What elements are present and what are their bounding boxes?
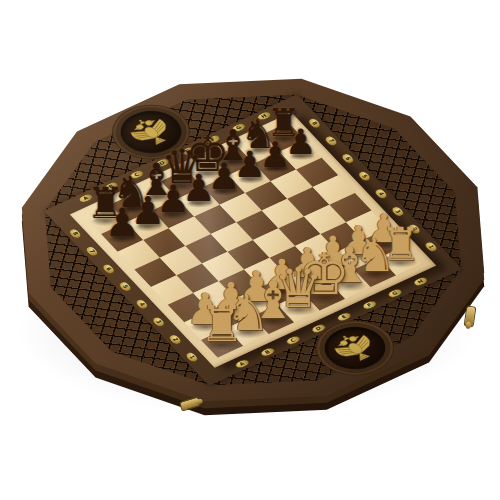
product-photo: AABBCCDDEEFFGGHH1122334455667788 ♜♞♝♛♚♝♞… (0, 0, 500, 500)
piece-white-rook[interactable]: ♜ (200, 300, 245, 350)
pieces-layer: ♜♞♝♛♚♝♞♜♟♟♟♟♟♟♟♟♟♟♟♟♟♟♟♟♜♞♝♛♚♝♞♜ (0, 0, 500, 500)
piece-black-pawn[interactable]: ♟ (105, 204, 140, 243)
